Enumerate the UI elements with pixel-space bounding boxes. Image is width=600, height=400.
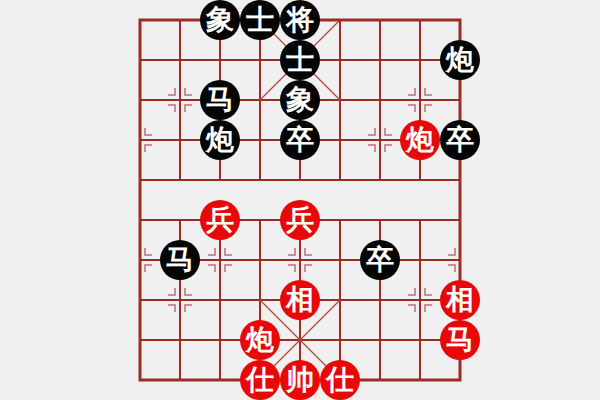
piece-black-horse[interactable]: 马: [160, 240, 200, 280]
position-mark-bracket: [168, 88, 176, 96]
position-mark-bracket: [208, 264, 216, 272]
position-mark-bracket: [144, 144, 152, 152]
piece-red-advisor[interactable]: 仕: [320, 360, 360, 400]
piece-red-soldier[interactable]: 兵: [200, 200, 240, 240]
position-mark-bracket: [424, 88, 432, 96]
position-mark-bracket: [288, 264, 296, 272]
xiangqi-board[interactable]: 象士将士炮马象炮卒卒马卒炮兵兵相相炮马仕帅仕: [140, 20, 460, 380]
app-background: 象士将士炮马象炮卒卒马卒炮兵兵相相炮马仕帅仕: [0, 0, 600, 400]
position-mark-bracket: [384, 144, 392, 152]
position-mark-bracket: [168, 104, 176, 112]
position-mark-bracket: [184, 304, 192, 312]
piece-black-advisor[interactable]: 士: [240, 0, 280, 40]
piece-black-soldier[interactable]: 卒: [360, 240, 400, 280]
position-mark-bracket: [288, 248, 296, 256]
piece-red-cannon[interactable]: 炮: [400, 120, 440, 160]
position-mark-bracket: [184, 288, 192, 296]
piece-black-soldier[interactable]: 卒: [440, 120, 480, 160]
piece-black-elephant[interactable]: 象: [200, 0, 240, 40]
position-mark-bracket: [144, 264, 152, 272]
piece-black-cannon[interactable]: 炮: [200, 120, 240, 160]
position-mark-bracket: [304, 248, 312, 256]
position-mark-bracket: [368, 144, 376, 152]
position-mark-bracket: [168, 288, 176, 296]
piece-black-cannon[interactable]: 炮: [440, 40, 480, 80]
position-mark-bracket: [224, 248, 232, 256]
piece-red-advisor[interactable]: 仕: [240, 360, 280, 400]
position-mark-bracket: [408, 88, 416, 96]
piece-black-elephant[interactable]: 象: [280, 80, 320, 120]
position-mark-bracket: [368, 128, 376, 136]
position-mark-bracket: [408, 288, 416, 296]
position-mark-bracket: [424, 288, 432, 296]
piece-red-soldier[interactable]: 兵: [280, 200, 320, 240]
position-mark-bracket: [144, 248, 152, 256]
position-mark-bracket: [384, 128, 392, 136]
position-mark-bracket: [424, 104, 432, 112]
position-mark-bracket: [408, 104, 416, 112]
position-mark-bracket: [208, 248, 216, 256]
position-mark-bracket: [424, 304, 432, 312]
piece-black-general[interactable]: 将: [280, 0, 320, 40]
position-mark-bracket: [184, 88, 192, 96]
piece-red-cannon[interactable]: 炮: [240, 320, 280, 360]
position-mark-bracket: [448, 248, 456, 256]
position-mark-bracket: [304, 264, 312, 272]
piece-black-horse[interactable]: 马: [200, 80, 240, 120]
position-mark-bracket: [408, 304, 416, 312]
piece-red-elephant[interactable]: 相: [440, 280, 480, 320]
piece-black-advisor[interactable]: 士: [280, 40, 320, 80]
position-mark-bracket: [184, 104, 192, 112]
position-mark-bracket: [224, 264, 232, 272]
position-mark-bracket: [168, 304, 176, 312]
position-mark-bracket: [144, 128, 152, 136]
piece-red-elephant[interactable]: 相: [280, 280, 320, 320]
piece-black-soldier[interactable]: 卒: [280, 120, 320, 160]
position-mark-bracket: [448, 264, 456, 272]
piece-red-horse[interactable]: 马: [440, 320, 480, 360]
piece-red-general[interactable]: 帅: [280, 360, 320, 400]
